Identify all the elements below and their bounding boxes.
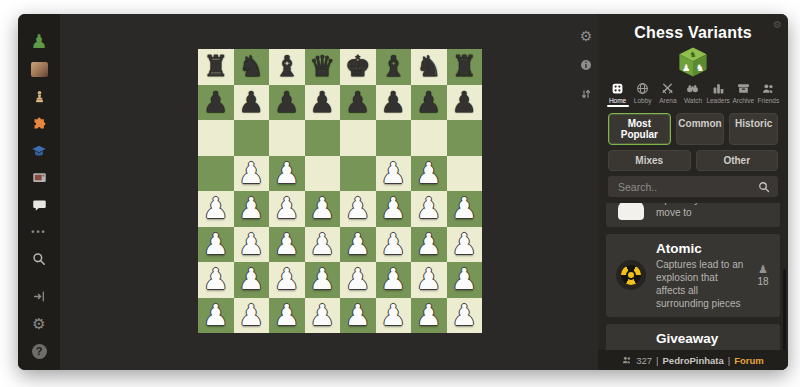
white-pawn: ♟ — [238, 230, 264, 259]
filter-most-popular[interactable]: Most Popular — [608, 113, 671, 145]
square-a6[interactable] — [198, 120, 234, 156]
tab-label: Lobby — [634, 97, 652, 104]
square-e5[interactable] — [340, 156, 376, 192]
black-pawn: ♟ — [451, 88, 477, 117]
search-bar[interactable] — [608, 176, 778, 197]
filter-row: Most PopularCommonHistoric — [608, 113, 778, 145]
square-c5[interactable]: ♟ — [269, 156, 305, 192]
white-pawn: ♟ — [380, 159, 406, 188]
square-c8[interactable]: ♝ — [269, 49, 305, 85]
variants-list: while only seeingsquares you can move to… — [598, 203, 788, 350]
square-f3[interactable]: ♟ — [376, 227, 412, 263]
white-pawn: ♟ — [309, 301, 335, 330]
white-pawn: ♟ — [238, 301, 264, 330]
username-link[interactable]: PedroPinhata — [663, 355, 724, 366]
square-e4[interactable]: ♟ — [340, 191, 376, 227]
tab-home[interactable]: Home — [605, 82, 630, 107]
flip-arrows-icon[interactable] — [576, 84, 596, 104]
search-icon[interactable] — [758, 181, 770, 193]
square-g1[interactable]: ♟ — [411, 298, 447, 334]
people-icon — [762, 82, 775, 95]
player-count — [754, 203, 772, 220]
info-icon[interactable] — [576, 55, 596, 75]
square-d4[interactable]: ♟ — [305, 191, 341, 227]
square-b5[interactable]: ♟ — [234, 156, 270, 192]
square-e2[interactable]: ♟ — [340, 262, 376, 298]
white-pawn: ♟ — [345, 194, 371, 223]
gift-icon — [614, 331, 648, 350]
square-b4[interactable]: ♟ — [234, 191, 270, 227]
black-pawn: ♟ — [345, 88, 371, 117]
square-h3[interactable]: ♟ — [447, 227, 483, 263]
player-count-value: 18 — [757, 276, 768, 287]
square-f1[interactable]: ♟ — [376, 298, 412, 334]
white-pawn: ♟ — [309, 265, 335, 294]
variant-item-fog[interactable]: while only seeingsquares you can move to — [606, 203, 780, 227]
white-pawn: ♟ — [345, 301, 371, 330]
black-pawn: ♟ — [203, 88, 229, 117]
square-a2[interactable]: ♟ — [198, 262, 234, 298]
variant-desc: while only seeingsquares you can move to — [656, 203, 746, 220]
square-a5[interactable] — [198, 156, 234, 192]
black-pawn: ♟ — [416, 88, 442, 117]
filter-buttons: Most PopularCommonHistoricMixesOther — [598, 107, 788, 173]
app-window: ♟•••⚙? ♜♞♝♛♚♝♞♜♟♟♟♟♟♟♟♟♟♟♟♟♟♟♟♟♟♟♟♟♟♟♟♟♟… — [18, 14, 788, 370]
square-d5[interactable] — [305, 156, 341, 192]
square-e8[interactable]: ♚ — [340, 49, 376, 85]
white-pawn: ♟ — [451, 194, 477, 223]
square-c7[interactable]: ♟ — [269, 85, 305, 121]
archive-box-icon — [737, 82, 750, 95]
square-a8[interactable]: ♜ — [198, 49, 234, 85]
panel-tabs: Home Lobby Arena Watch Leaders Archive F… — [598, 82, 788, 107]
white-pawn: ♟ — [451, 265, 477, 294]
search-input[interactable] — [616, 180, 758, 194]
square-f6[interactable] — [376, 120, 412, 156]
black-king: ♚ — [345, 52, 371, 81]
variants-cube-icon: ♟ ♞ ♞ — [598, 45, 788, 79]
filter-historic[interactable]: Historic — [729, 113, 778, 145]
square-d7[interactable]: ♟ — [305, 85, 341, 121]
square-h8[interactable]: ♜ — [447, 49, 483, 85]
left-sidebar: ♟•••⚙? — [18, 14, 60, 370]
square-d8[interactable]: ♛ — [305, 49, 341, 85]
square-g4[interactable]: ♟ — [411, 191, 447, 227]
white-pawn: ♟ — [203, 301, 229, 330]
news-tv-icon[interactable] — [29, 169, 49, 186]
square-f7[interactable]: ♟ — [376, 85, 412, 121]
white-pawn: ♟ — [416, 194, 442, 223]
white-pawn: ♟ — [416, 230, 442, 259]
white-pawn: ♟ — [274, 265, 300, 294]
square-b3[interactable]: ♟ — [234, 227, 270, 263]
binoculars-icon — [686, 82, 699, 95]
tab-label: Leaders — [706, 97, 730, 104]
search-magnifier-icon[interactable] — [29, 251, 49, 268]
tab-watch[interactable]: Watch — [680, 82, 705, 107]
black-pawn: ♟ — [309, 88, 335, 117]
tab-label: Watch — [684, 97, 702, 104]
black-knight: ♞ — [238, 52, 264, 81]
black-queen: ♛ — [309, 52, 335, 81]
hand-pawn-icon[interactable] — [29, 88, 49, 105]
help-question-icon[interactable]: ? — [29, 343, 49, 360]
square-f2[interactable]: ♟ — [376, 262, 412, 298]
panel-footer: 327 | PedroPinhata | Forum — [598, 350, 788, 370]
black-bishop: ♝ — [274, 52, 300, 81]
square-a3[interactable]: ♟ — [198, 227, 234, 263]
board-controls: ⚙ — [574, 14, 598, 370]
white-pawn: ♟ — [274, 194, 300, 223]
black-knight: ♞ — [416, 52, 442, 81]
forum-link[interactable]: Forum — [734, 355, 764, 366]
settings-gear-icon[interactable]: ⚙ — [576, 26, 596, 46]
variant-info: Atomic Captures lead to an explosion tha… — [656, 241, 746, 311]
variant-name: Atomic — [656, 241, 746, 256]
square-c4[interactable]: ♟ — [269, 191, 305, 227]
square-a1[interactable]: ♟ — [198, 298, 234, 334]
white-pawn: ♟ — [451, 301, 477, 330]
tab-archive[interactable]: Archive — [731, 82, 756, 107]
svg-text:♟: ♟ — [682, 62, 690, 73]
tab-label: Friends — [758, 97, 780, 104]
square-d6[interactable] — [305, 120, 341, 156]
tab-lobby[interactable]: Lobby — [630, 82, 655, 107]
white-pawn: ♟ — [238, 194, 264, 223]
lesson-thumbnail-icon[interactable] — [29, 61, 49, 78]
white-pawn: ♟ — [238, 159, 264, 188]
scrollbar[interactable] — [783, 269, 786, 350]
white-pawn: ♟ — [380, 301, 406, 330]
variant-desc: Give away all your pieces or get stalema… — [656, 348, 746, 350]
members-icon — [622, 355, 632, 365]
square-h4[interactable]: ♟ — [447, 191, 483, 227]
members-count: 327 — [636, 355, 652, 366]
puzzle-piece-icon[interactable] — [29, 115, 49, 132]
white-pawn: ♟ — [309, 194, 335, 223]
player-count: ♟ 18 — [754, 241, 772, 311]
white-pawn: ♟ — [274, 301, 300, 330]
square-e1[interactable]: ♟ — [340, 298, 376, 334]
white-pawn: ♟ — [274, 159, 300, 188]
square-a7[interactable]: ♟ — [198, 85, 234, 121]
white-pawn: ♟ — [309, 230, 335, 259]
svg-text:♞: ♞ — [690, 50, 697, 59]
white-pawn: ♟ — [380, 194, 406, 223]
fog-icon — [614, 203, 648, 220]
variant-desc: Captures lead to an explosion that affec… — [656, 258, 746, 311]
chess-board: ♜♞♝♛♚♝♞♜♟♟♟♟♟♟♟♟♟♟♟♟♟♟♟♟♟♟♟♟♟♟♟♟♟♟♟♟♟♟♟♟… — [198, 49, 482, 333]
pawn-count-icon: ♟ — [758, 264, 768, 275]
white-pawn: ♟ — [451, 230, 477, 259]
black-rook: ♜ — [203, 52, 229, 81]
filter-other[interactable]: Other — [696, 150, 779, 171]
filter-mixes[interactable]: Mixes — [608, 150, 691, 171]
black-bishop: ♝ — [380, 52, 406, 81]
white-pawn: ♟ — [345, 265, 371, 294]
chat-bubble-icon[interactable] — [29, 196, 49, 213]
square-d2[interactable]: ♟ — [305, 262, 341, 298]
variant-info: while only seeingsquares you can move to — [656, 203, 746, 220]
tab-leaders[interactable]: Leaders — [706, 82, 731, 107]
square-g5[interactable]: ♟ — [411, 156, 447, 192]
swords-icon — [661, 82, 674, 95]
white-pawn: ♟ — [274, 230, 300, 259]
square-b2[interactable]: ♟ — [234, 262, 270, 298]
svg-text:♞: ♞ — [696, 62, 704, 73]
square-h2[interactable]: ♟ — [447, 262, 483, 298]
radiation-icon — [614, 241, 648, 311]
tab-label: Home — [609, 97, 626, 104]
square-a4[interactable]: ♟ — [198, 191, 234, 227]
square-g7[interactable]: ♟ — [411, 85, 447, 121]
globe-icon — [636, 82, 649, 95]
tab-arena[interactable]: Arena — [655, 82, 680, 107]
panel-corner-gear-icon[interactable]: ⚙ — [773, 19, 782, 30]
footer-separator: | — [728, 355, 730, 366]
square-h5[interactable] — [447, 156, 483, 192]
main-area: ♜♞♝♛♚♝♞♜♟♟♟♟♟♟♟♟♟♟♟♟♟♟♟♟♟♟♟♟♟♟♟♟♟♟♟♟♟♟♟♟… — [60, 14, 574, 370]
variant-name: Giveaway — [656, 331, 746, 346]
white-pawn: ♟ — [203, 230, 229, 259]
white-pawn: ♟ — [416, 159, 442, 188]
more-ellipsis-icon[interactable]: ••• — [29, 224, 49, 241]
white-pawn: ♟ — [380, 230, 406, 259]
black-pawn: ♟ — [238, 88, 264, 117]
square-c6[interactable] — [269, 120, 305, 156]
square-e6[interactable] — [340, 120, 376, 156]
white-pawn: ♟ — [380, 265, 406, 294]
square-b7[interactable]: ♟ — [234, 85, 270, 121]
square-c2[interactable]: ♟ — [269, 262, 305, 298]
square-f8[interactable]: ♝ — [376, 49, 412, 85]
settings-gear-icon[interactable]: ⚙ — [29, 315, 49, 333]
variant-item-atomic[interactable]: Atomic Captures lead to an explosion tha… — [606, 234, 780, 318]
white-pawn: ♟ — [203, 194, 229, 223]
square-h6[interactable] — [447, 120, 483, 156]
black-pawn: ♟ — [380, 88, 406, 117]
white-pawn: ♟ — [416, 301, 442, 330]
square-g2[interactable]: ♟ — [411, 262, 447, 298]
square-e3[interactable]: ♟ — [340, 227, 376, 263]
dice-icon — [611, 82, 624, 95]
square-g8[interactable]: ♞ — [411, 49, 447, 85]
tab-friends[interactable]: Friends — [756, 82, 781, 107]
footer-separator: | — [656, 355, 658, 366]
square-d1[interactable]: ♟ — [305, 298, 341, 334]
graduation-cap-icon[interactable] — [29, 142, 49, 159]
sign-in-icon[interactable] — [29, 288, 49, 305]
square-d3[interactable]: ♟ — [305, 227, 341, 263]
square-c3[interactable]: ♟ — [269, 227, 305, 263]
square-g6[interactable] — [411, 120, 447, 156]
square-f5[interactable]: ♟ — [376, 156, 412, 192]
white-pawn: ♟ — [238, 265, 264, 294]
filter-common[interactable]: Common — [676, 113, 725, 145]
square-b6[interactable] — [234, 120, 270, 156]
square-b1[interactable]: ♟ — [234, 298, 270, 334]
square-h1[interactable]: ♟ — [447, 298, 483, 334]
variant-info: Giveaway Give away all your pieces or ge… — [656, 331, 746, 350]
square-c1[interactable]: ♟ — [269, 298, 305, 334]
white-pawn: ♟ — [345, 230, 371, 259]
filter-row: MixesOther — [608, 150, 778, 171]
black-pawn: ♟ — [274, 88, 300, 117]
play-pawn-icon[interactable]: ♟ — [29, 32, 49, 51]
tab-label: Archive — [732, 97, 754, 104]
white-pawn: ♟ — [416, 265, 442, 294]
variants-panel: ⚙ Chess Variants ♟ ♞ ♞ Home Lobby Arena — [598, 14, 788, 370]
square-g3[interactable]: ♟ — [411, 227, 447, 263]
panel-title: Chess Variants — [598, 24, 788, 42]
square-b8[interactable]: ♞ — [234, 49, 270, 85]
square-h7[interactable]: ♟ — [447, 85, 483, 121]
player-count: ♟ 18 — [754, 331, 772, 350]
podium-icon — [712, 82, 725, 95]
black-rook: ♜ — [451, 52, 477, 81]
square-f4[interactable]: ♟ — [376, 191, 412, 227]
square-e7[interactable]: ♟ — [340, 85, 376, 121]
tab-label: Arena — [659, 97, 676, 104]
white-pawn: ♟ — [203, 265, 229, 294]
variant-item-giveaway[interactable]: Giveaway Give away all your pieces or ge… — [606, 324, 780, 350]
